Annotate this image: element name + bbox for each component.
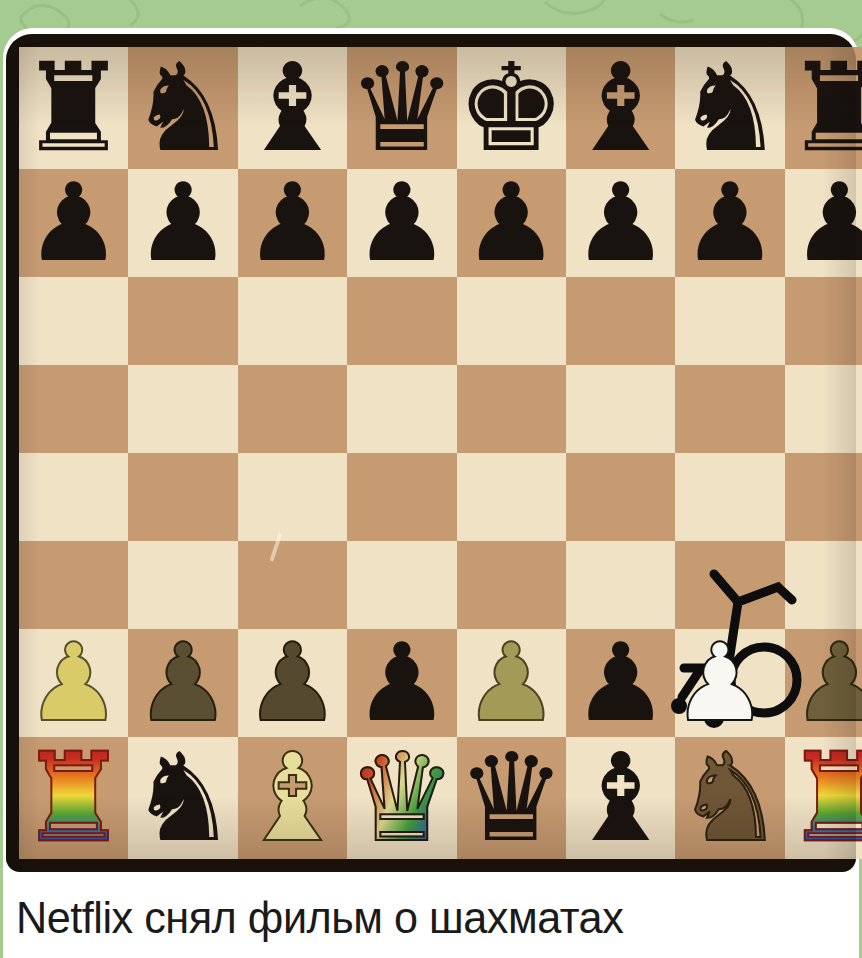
square-h4 [785, 453, 862, 541]
square-f2: ♟ [566, 629, 675, 737]
black-queen-d8: ♛ [347, 47, 456, 169]
square-g3 [675, 541, 784, 629]
caption-text: Netflix снял фильм о шахматах [16, 878, 818, 958]
square-a6 [19, 277, 128, 365]
black-knight-g8: ♞ [675, 47, 784, 169]
black-pawn-e7: ♟ [463, 169, 560, 277]
square-b6 [128, 277, 237, 365]
square-d8: ♛ [347, 47, 456, 169]
black-pawn-h7: ♟ [791, 169, 862, 277]
black-pawn-c7: ♟ [244, 169, 341, 277]
square-c7: ♟ [238, 169, 347, 277]
square-e1: ♛ [457, 737, 566, 859]
square-h7: ♟ [785, 169, 862, 277]
square-c5 [238, 365, 347, 453]
square-f3 [566, 541, 675, 629]
pale-yellow-pawn-a2: ♟ [25, 629, 122, 737]
square-b3 [128, 541, 237, 629]
chat-screen: { "game": "chess", "meme_context": "Tele… [0, 0, 862, 958]
square-h3 [785, 541, 862, 629]
square-c8: ♝ [238, 47, 347, 169]
square-c2: ♟ [238, 629, 347, 737]
black-knight-b8: ♞ [128, 47, 237, 169]
square-g1: ♞ [675, 737, 784, 859]
rainbow-queen-queen-d1: ♛ [347, 737, 456, 859]
black-pawn-b7: ♟ [135, 169, 232, 277]
square-g2: ♟ [675, 629, 784, 737]
black-bishop-c8: ♝ [238, 47, 347, 169]
dark-olive-pawn-b2: ♟ [135, 629, 232, 737]
pale-bishop-bishop-c1: ♝ [238, 737, 347, 859]
black-pawn-d7: ♟ [353, 169, 450, 277]
square-b2: ♟ [128, 629, 237, 737]
square-a1: ♜ [19, 737, 128, 859]
black-bishop-f8: ♝ [566, 47, 675, 169]
square-f1: ♝ [566, 737, 675, 859]
square-h1: ♜ [785, 737, 862, 859]
square-b5 [128, 365, 237, 453]
chess-board: ♜♞♝♛♚♝♞♜♟♟♟♟♟♟♟♟♟♟♟♟♟♟♟ ♟♜♞♝♛♛♝♞♜ [19, 47, 843, 859]
square-h8: ♜ [785, 47, 862, 169]
rainbow-rook-a1: ♜ [19, 737, 128, 859]
meme-card: ♜♞♝♛♚♝♞♜♟♟♟♟♟♟♟♟♟♟♟♟♟♟♟ ♟♜♞♝♛♛♝♞♜ Netfli… [3, 28, 859, 958]
square-f8: ♝ [566, 47, 675, 169]
square-e6 [457, 277, 566, 365]
square-c4 [238, 453, 347, 541]
brown-pawn-h2: ♟ [791, 629, 862, 737]
black-queen-e1: ♛ [457, 737, 566, 859]
black-pawn-g7: ♟ [682, 169, 779, 277]
square-e4 [457, 453, 566, 541]
square-h6 [785, 277, 862, 365]
square-g7: ♟ [675, 169, 784, 277]
square-d2: ♟ [347, 629, 456, 737]
square-c3 [238, 541, 347, 629]
square-d6 [347, 277, 456, 365]
square-d7: ♟ [347, 169, 456, 277]
square-g4 [675, 453, 784, 541]
square-a7: ♟ [19, 169, 128, 277]
square-a8: ♜ [19, 47, 128, 169]
square-f5 [566, 365, 675, 453]
square-f4 [566, 453, 675, 541]
square-d5 [347, 365, 456, 453]
square-g8: ♞ [675, 47, 784, 169]
square-e3 [457, 541, 566, 629]
square-a5 [19, 365, 128, 453]
square-a4 [19, 453, 128, 541]
square-g5 [675, 365, 784, 453]
square-d1: ♛ [347, 737, 456, 859]
black-knight-b1: ♞ [128, 737, 237, 859]
square-f6 [566, 277, 675, 365]
square-b4 [128, 453, 237, 541]
square-e8: ♚ [457, 47, 566, 169]
black-pawn-f2: ♟ [572, 629, 669, 737]
brown-knight-knight-g1: ♞ [675, 737, 784, 859]
square-b7: ♟ [128, 169, 237, 277]
square-b1: ♞ [128, 737, 237, 859]
square-e2: ♟ [457, 629, 566, 737]
rainbow-rook-h1: ♜ [785, 737, 862, 859]
olive-pawn-c2: ♟ [244, 629, 341, 737]
square-g6 [675, 277, 784, 365]
square-d3 [347, 541, 456, 629]
white-pawn-g2: ♟ [672, 629, 769, 737]
black-rook-a8: ♜ [19, 47, 128, 169]
black-bishop-f1: ♝ [566, 737, 675, 859]
black-rook-h8: ♜ [785, 47, 862, 169]
khaki-pawn-e2: ♟ [463, 629, 560, 737]
square-e5 [457, 365, 566, 453]
square-e7: ♟ [457, 169, 566, 277]
square-a2: ♟ [19, 629, 128, 737]
square-b8: ♞ [128, 47, 237, 169]
black-pawn-d2: ♟ [353, 629, 450, 737]
square-d4 [347, 453, 456, 541]
square-h5 [785, 365, 862, 453]
black-pawn-a7: ♟ [25, 169, 122, 277]
black-king-e8: ♚ [457, 47, 566, 169]
square-f7: ♟ [566, 169, 675, 277]
chess-meme-image[interactable]: ♜♞♝♛♚♝♞♜♟♟♟♟♟♟♟♟♟♟♟♟♟♟♟ ♟♜♞♝♛♛♝♞♜ [6, 34, 856, 872]
square-c6 [238, 277, 347, 365]
black-pawn-f7: ♟ [572, 169, 669, 277]
square-a3 [19, 541, 128, 629]
square-h2: ♟ [785, 629, 862, 737]
square-c1: ♝ [238, 737, 347, 859]
